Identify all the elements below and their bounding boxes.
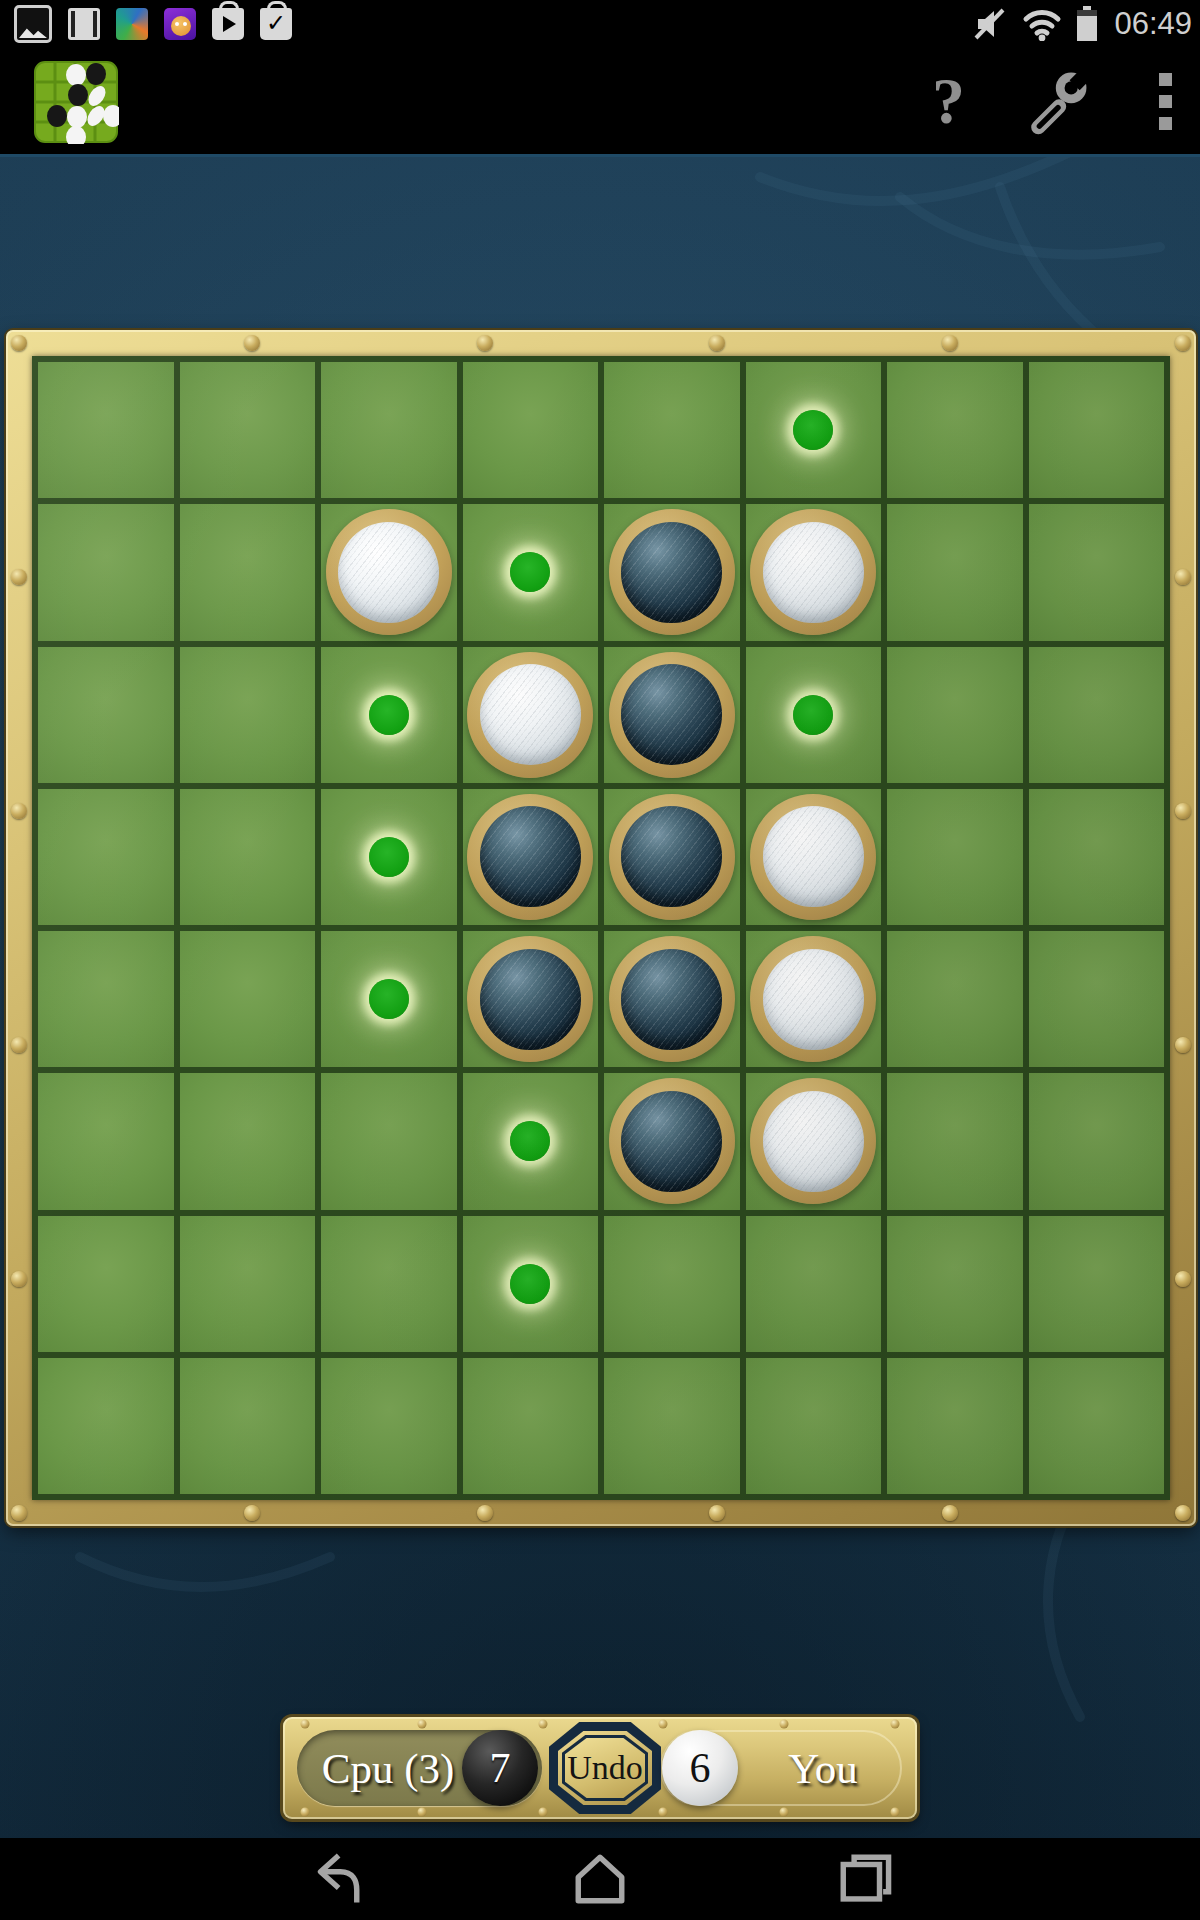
gallery-icon bbox=[14, 5, 52, 43]
legal-move-dot[interactable] bbox=[510, 1121, 550, 1161]
disc-face bbox=[621, 664, 722, 765]
disc-face bbox=[621, 1091, 722, 1192]
board-cell-c3[interactable] bbox=[321, 647, 457, 783]
you-score-disc: 6 bbox=[662, 1730, 738, 1806]
board-cell-b2[interactable] bbox=[180, 504, 316, 640]
you-label: You bbox=[748, 1717, 898, 1819]
board-cell-b7[interactable] bbox=[180, 1216, 316, 1352]
board-cell-h3[interactable] bbox=[1029, 647, 1165, 783]
board-cell-g1[interactable] bbox=[887, 362, 1023, 498]
board-cell-c1[interactable] bbox=[321, 362, 457, 498]
cpu-label: Cpu (3) bbox=[313, 1717, 463, 1819]
board-cell-b8[interactable] bbox=[180, 1358, 316, 1494]
score-bar-rivet bbox=[301, 1720, 310, 1729]
frame-rivet bbox=[11, 569, 27, 585]
undo-button[interactable]: Undo bbox=[549, 1722, 661, 1814]
frame-rivet bbox=[244, 335, 260, 351]
board-cell-f4[interactable] bbox=[746, 789, 882, 925]
frame-rivet bbox=[709, 335, 725, 351]
score-bar-rivet bbox=[418, 1720, 427, 1729]
board-cell-f8[interactable] bbox=[746, 1358, 882, 1494]
frame-rivet bbox=[1175, 1505, 1191, 1521]
board-cell-d2[interactable] bbox=[463, 504, 599, 640]
disc-face bbox=[763, 1091, 864, 1192]
cpu-score-disc: 7 bbox=[462, 1730, 538, 1806]
board-cell-g4[interactable] bbox=[887, 789, 1023, 925]
score-bar-rivet bbox=[890, 1808, 899, 1817]
board-cell-e3[interactable] bbox=[604, 647, 740, 783]
score-bar-rivet bbox=[890, 1720, 899, 1729]
frame-rivet bbox=[1175, 803, 1191, 819]
board-cell-a8[interactable] bbox=[38, 1358, 174, 1494]
frame-rivet bbox=[1175, 1271, 1191, 1287]
white-disc bbox=[750, 936, 876, 1062]
board-cell-c7[interactable] bbox=[321, 1216, 457, 1352]
score-bar: Cpu (3) 7 Undo 6 You bbox=[283, 1717, 917, 1819]
board-cell-f6[interactable] bbox=[746, 1073, 882, 1209]
board-cell-e6[interactable] bbox=[604, 1073, 740, 1209]
board-cell-h7[interactable] bbox=[1029, 1216, 1165, 1352]
board-cell-d1[interactable] bbox=[463, 362, 599, 498]
wrench-icon[interactable] bbox=[1023, 66, 1093, 136]
board-cell-e4[interactable] bbox=[604, 789, 740, 925]
help-icon[interactable]: ? bbox=[932, 68, 965, 134]
score-bar-rivet bbox=[779, 1720, 788, 1729]
board-cell-a6[interactable] bbox=[38, 1073, 174, 1209]
back-button[interactable] bbox=[300, 1848, 370, 1910]
board-cell-h1[interactable] bbox=[1029, 362, 1165, 498]
board-cell-g8[interactable] bbox=[887, 1358, 1023, 1494]
board-cell-a5[interactable] bbox=[38, 931, 174, 1067]
legal-move-dot[interactable] bbox=[369, 837, 409, 877]
back-icon bbox=[306, 1850, 364, 1908]
board-cell-h2[interactable] bbox=[1029, 504, 1165, 640]
white-disc bbox=[467, 652, 593, 778]
black-disc bbox=[467, 936, 593, 1062]
board-cell-e1[interactable] bbox=[604, 362, 740, 498]
frame-rivet bbox=[477, 335, 493, 351]
frame-rivet bbox=[1175, 335, 1191, 351]
disc-face bbox=[480, 949, 581, 1050]
score-bar-rivet bbox=[538, 1808, 547, 1817]
status-bar: 06:49 bbox=[0, 0, 1200, 48]
board-cell-g5[interactable] bbox=[887, 931, 1023, 1067]
board-cell-b1[interactable] bbox=[180, 362, 316, 498]
home-icon bbox=[571, 1850, 629, 1908]
frame-rivet bbox=[11, 1271, 27, 1287]
board-cell-g3[interactable] bbox=[887, 647, 1023, 783]
board-cell-f5[interactable] bbox=[746, 931, 882, 1067]
board-cell-c5[interactable] bbox=[321, 931, 457, 1067]
frame-rivet bbox=[11, 1505, 27, 1521]
board-cell-e5[interactable] bbox=[604, 931, 740, 1067]
board-cell-g6[interactable] bbox=[887, 1073, 1023, 1209]
frame-rivet bbox=[942, 1505, 958, 1521]
wifi-icon bbox=[1022, 7, 1062, 41]
legal-move-dot[interactable] bbox=[793, 410, 833, 450]
disc-face bbox=[763, 949, 864, 1050]
score-bar-rivet bbox=[538, 1720, 547, 1729]
black-disc bbox=[467, 794, 593, 920]
board-cell-e2[interactable] bbox=[604, 504, 740, 640]
action-bar: ? bbox=[0, 48, 1200, 157]
score-bar-rivet bbox=[301, 1808, 310, 1817]
legal-move-dot[interactable] bbox=[369, 695, 409, 735]
black-disc bbox=[609, 509, 735, 635]
score-bar-rivet bbox=[659, 1808, 668, 1817]
overflow-menu-icon[interactable] bbox=[1151, 73, 1180, 130]
board-grid bbox=[32, 356, 1170, 1500]
board-cell-c4[interactable] bbox=[321, 789, 457, 925]
white-disc bbox=[750, 1078, 876, 1204]
reversi-app-icon bbox=[33, 60, 119, 144]
disc-face bbox=[480, 806, 581, 907]
clock: 06:49 bbox=[1114, 6, 1192, 42]
black-disc bbox=[609, 1078, 735, 1204]
mute-icon bbox=[972, 6, 1008, 42]
disc-face bbox=[621, 522, 722, 623]
black-disc bbox=[609, 936, 735, 1062]
legal-move-dot[interactable] bbox=[793, 695, 833, 735]
board-cell-h4[interactable] bbox=[1029, 789, 1165, 925]
frame-rivet bbox=[11, 335, 27, 351]
board bbox=[6, 330, 1196, 1526]
frame-rivet bbox=[942, 335, 958, 351]
score-bar-rivet bbox=[779, 1808, 788, 1817]
board-cell-h8[interactable] bbox=[1029, 1358, 1165, 1494]
disc-face bbox=[763, 522, 864, 623]
white-disc bbox=[750, 509, 876, 635]
board-cell-c8[interactable] bbox=[321, 1358, 457, 1494]
disc-face bbox=[621, 806, 722, 907]
white-disc bbox=[326, 509, 452, 635]
legal-move-dot[interactable] bbox=[510, 552, 550, 592]
battery-icon bbox=[1076, 6, 1098, 42]
frame-rivet bbox=[709, 1505, 725, 1521]
frame-rivet bbox=[11, 1037, 27, 1053]
legal-move-dot[interactable] bbox=[510, 1264, 550, 1304]
disc-face bbox=[338, 522, 439, 623]
board-cell-e8[interactable] bbox=[604, 1358, 740, 1494]
board-cell-g7[interactable] bbox=[887, 1216, 1023, 1352]
white-disc bbox=[750, 794, 876, 920]
board-cell-b4[interactable] bbox=[180, 789, 316, 925]
board-cell-d3[interactable] bbox=[463, 647, 599, 783]
disc-face bbox=[621, 949, 722, 1050]
frame-rivet bbox=[11, 803, 27, 819]
frame-rivet bbox=[1175, 569, 1191, 585]
board-cell-d8[interactable] bbox=[463, 1358, 599, 1494]
board-cell-e7[interactable] bbox=[604, 1216, 740, 1352]
board-cell-f1[interactable] bbox=[746, 362, 882, 498]
legal-move-dot[interactable] bbox=[369, 979, 409, 1019]
board-cell-c6[interactable] bbox=[321, 1073, 457, 1209]
board-cell-d7[interactable] bbox=[463, 1216, 599, 1352]
board-cell-b3[interactable] bbox=[180, 647, 316, 783]
board-cell-d5[interactable] bbox=[463, 931, 599, 1067]
notification-icons bbox=[14, 6, 292, 42]
board-cell-a7[interactable] bbox=[38, 1216, 174, 1352]
play-store-check-icon bbox=[260, 8, 292, 40]
board-cell-f3[interactable] bbox=[746, 647, 882, 783]
board-cell-a4[interactable] bbox=[38, 789, 174, 925]
board-cell-h6[interactable] bbox=[1029, 1073, 1165, 1209]
frame-rivet bbox=[1175, 1037, 1191, 1053]
board-cell-f7[interactable] bbox=[746, 1216, 882, 1352]
gmail-icon bbox=[68, 8, 100, 40]
play-store-icon bbox=[212, 8, 244, 40]
disc-face bbox=[763, 806, 864, 907]
black-disc bbox=[609, 794, 735, 920]
talking-tom-icon bbox=[164, 8, 196, 40]
undo-ring: Undo bbox=[558, 1731, 652, 1805]
board-cell-h5[interactable] bbox=[1029, 931, 1165, 1067]
score-bar-rivet bbox=[659, 1720, 668, 1729]
board-cell-f2[interactable] bbox=[746, 504, 882, 640]
recents-button[interactable] bbox=[830, 1848, 900, 1910]
black-disc bbox=[609, 652, 735, 778]
disc-face bbox=[480, 664, 581, 765]
avg-icon bbox=[116, 8, 148, 40]
recents-icon bbox=[836, 1850, 894, 1908]
board-cell-c2[interactable] bbox=[321, 504, 457, 640]
board-cell-a1[interactable] bbox=[38, 362, 174, 498]
board-cell-b6[interactable] bbox=[180, 1073, 316, 1209]
nav-bar bbox=[0, 1838, 1200, 1920]
frame-rivet bbox=[244, 1505, 260, 1521]
board-cell-a2[interactable] bbox=[38, 504, 174, 640]
board-cell-g2[interactable] bbox=[887, 504, 1023, 640]
frame-rivet bbox=[477, 1505, 493, 1521]
board-cell-b5[interactable] bbox=[180, 931, 316, 1067]
board-cell-a3[interactable] bbox=[38, 647, 174, 783]
home-button[interactable] bbox=[565, 1848, 635, 1910]
undo-label: Undo bbox=[565, 1738, 645, 1798]
board-cell-d4[interactable] bbox=[463, 789, 599, 925]
score-bar-rivet bbox=[418, 1808, 427, 1817]
board-cell-d6[interactable] bbox=[463, 1073, 599, 1209]
